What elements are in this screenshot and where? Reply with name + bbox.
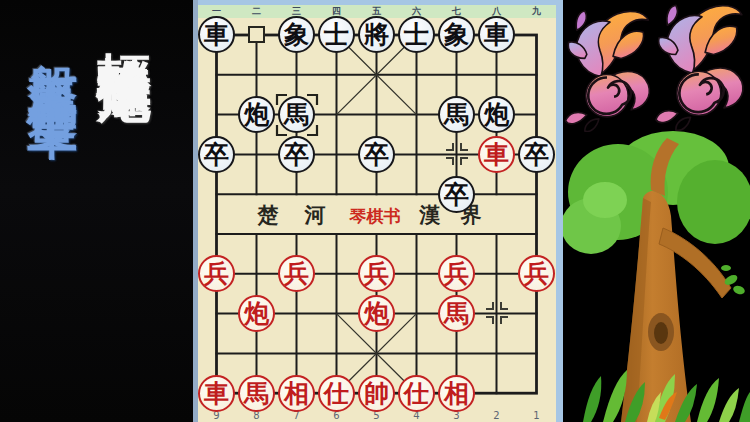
red-elephant[interactable]: 相 (438, 375, 475, 412)
black-elephant[interactable]: 象 (278, 16, 315, 53)
decoration-art (563, 0, 750, 422)
red-cannon[interactable]: 炮 (238, 295, 275, 332)
red-general[interactable]: 帥 (358, 375, 395, 412)
red-soldier[interactable]: 兵 (278, 255, 315, 292)
marker-crosshair (443, 140, 471, 168)
red-soldier[interactable]: 兵 (438, 255, 475, 292)
marker-square-outline (248, 26, 265, 43)
xiangqi-board[interactable]: 一二三四五六七八九 987654321 楚河琴棋书漢界 車象士將士象車炮馬馬炮卒… (193, 0, 563, 422)
black-general[interactable]: 將 (358, 16, 395, 53)
flourish-ornament-icon (566, 11, 650, 131)
black-advisor[interactable]: 士 (318, 16, 355, 53)
black-soldier[interactable]: 卒 (198, 136, 235, 173)
flourish-ornament-icon (656, 5, 743, 130)
title-vertical-text: 輕松破掉擔子炮 (88, 10, 161, 31)
black-soldier[interactable]: 卒 (358, 136, 395, 173)
red-soldier[interactable]: 兵 (358, 255, 395, 292)
red-soldier[interactable]: 兵 (518, 255, 555, 292)
black-soldier[interactable]: 卒 (518, 136, 555, 173)
red-soldier[interactable]: 兵 (198, 255, 235, 292)
red-advisor[interactable]: 仕 (318, 375, 355, 412)
marker-crosshair (483, 299, 511, 327)
red-cannon[interactable]: 炮 (358, 295, 395, 332)
black-cannon[interactable]: 炮 (238, 96, 275, 133)
black-advisor[interactable]: 士 (398, 16, 435, 53)
caption-panel: 盤河馬進雙車 輕松破掉擔子炮 (0, 0, 193, 422)
red-chariot[interactable]: 車 (478, 136, 515, 173)
marker-corner-brackets (274, 92, 320, 138)
decoration-panel (563, 0, 750, 422)
red-chariot[interactable]: 車 (198, 375, 235, 412)
black-horse[interactable]: 馬 (438, 96, 475, 133)
red-advisor[interactable]: 仕 (398, 375, 435, 412)
red-elephant[interactable]: 相 (278, 375, 315, 412)
subtitle-vertical-text: 盤河馬進雙車 (20, 24, 87, 78)
cartoon-tree-illustration (563, 131, 750, 422)
black-elephant[interactable]: 象 (438, 16, 475, 53)
pieces-layer: 車象士將士象車炮馬馬炮卒卒卒卒卒車兵兵兵兵兵炮炮馬車馬相仕帥仕相 (197, 15, 557, 413)
black-cannon[interactable]: 炮 (478, 96, 515, 133)
red-horse[interactable]: 馬 (238, 375, 275, 412)
red-horse[interactable]: 馬 (438, 295, 475, 332)
black-chariot[interactable]: 車 (198, 16, 235, 53)
black-soldier[interactable]: 卒 (438, 176, 475, 213)
black-soldier[interactable]: 卒 (278, 136, 315, 173)
black-chariot[interactable]: 車 (478, 16, 515, 53)
video-frame: 盤河馬進雙車 輕松破掉擔子炮 一二三四五六七八九 987654321 楚河琴棋书… (0, 0, 750, 422)
